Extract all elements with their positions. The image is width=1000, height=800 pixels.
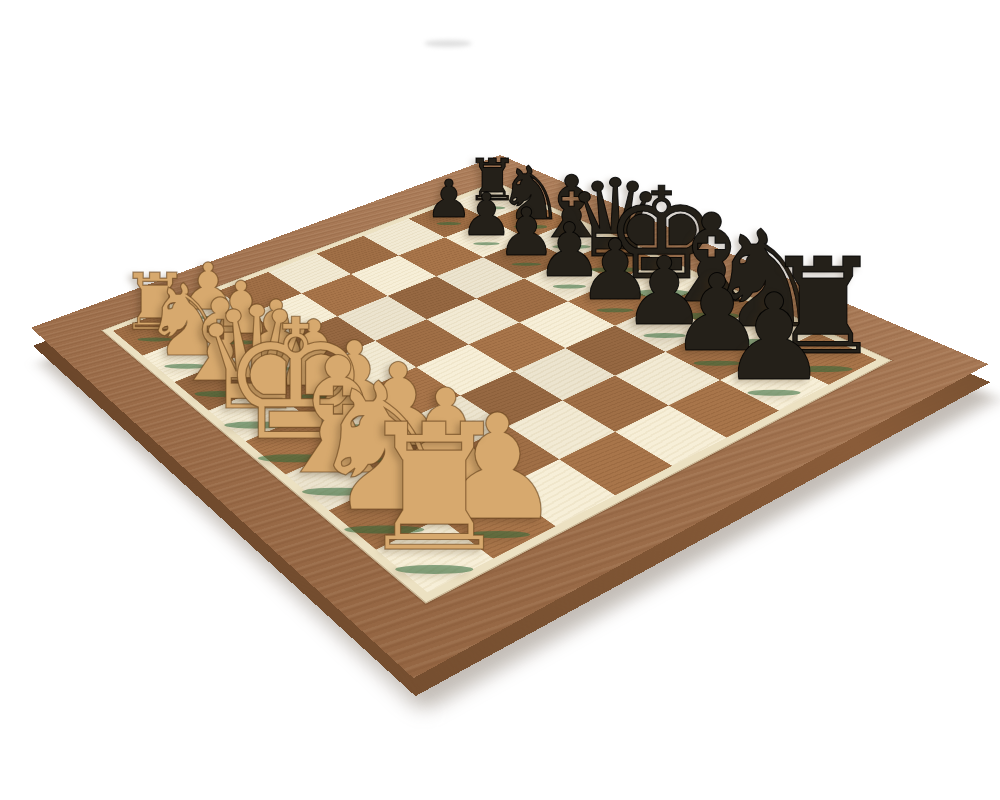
piece-black-pawn-h7: ♟ <box>721 277 828 397</box>
pawn-glyph: ♟ <box>721 267 828 406</box>
rook-glyph: ♜ <box>356 385 513 589</box>
piece-white-rook-h1: ♜ <box>356 400 513 575</box>
chess-set-product-photo: ♜♟♞♟♝♟♛♟♚♟♝♟♟♞♜♟♟♞♜♟♟♝♟♛♟♚♟♝♟♞♟♜ <box>0 0 1000 800</box>
pieces-layer: ♜♟♞♟♝♟♛♟♚♟♝♟♟♞♜♟♟♞♜♟♟♝♟♛♟♚♟♝♟♞♟♜ <box>0 0 1000 800</box>
